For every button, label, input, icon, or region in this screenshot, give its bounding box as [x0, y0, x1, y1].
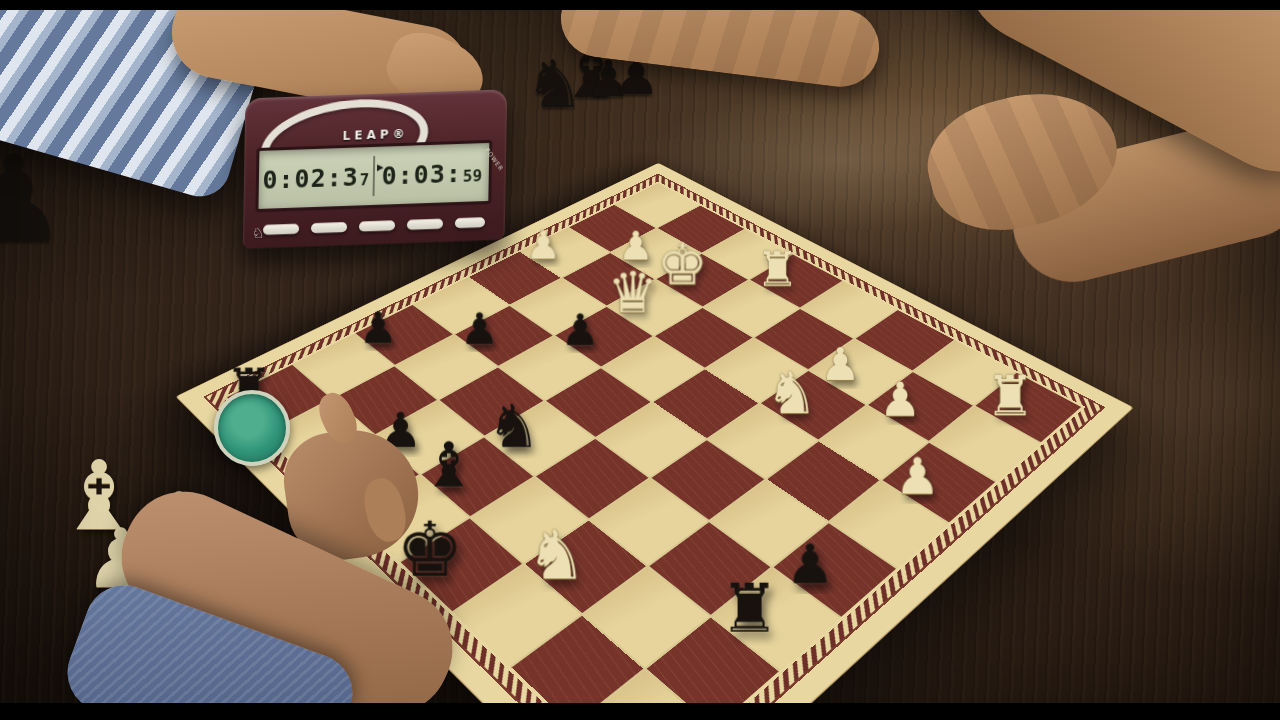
clock-button-5[interactable] — [455, 217, 485, 228]
piece-white-pawn-h3[interactable]: ♟ — [895, 451, 940, 501]
piece-white-pawn-f2[interactable]: ♟ — [820, 342, 861, 387]
letterbox-top — [0, 0, 1280, 10]
piece-white-pawn-a3[interactable]: ♟ — [526, 225, 562, 265]
turn-indicator-icon: ▶ — [377, 161, 384, 174]
clock-logo-icon: ♘ — [252, 225, 265, 241]
green-bottle-cap[interactable] — [214, 390, 290, 466]
piece-black-bishop-d7[interactable]: ♝ — [421, 434, 477, 496]
piece-white-rook-d1[interactable]: ♜ — [756, 246, 799, 294]
letterbox-bottom — [0, 703, 1280, 720]
piece-white-queen-c3[interactable]: ♛ — [608, 265, 659, 322]
piece-white-knight-f7[interactable]: ♞ — [526, 521, 586, 588]
piece-black-pawn-c4[interactable]: ♟ — [561, 308, 600, 352]
clock-button-3[interactable] — [359, 220, 395, 231]
chess-clock[interactable]: LEAP® 0:02:37 0:03:59 ▶ POWER ♘ — [243, 89, 507, 248]
piece-black-pawn-h5[interactable]: ♟ — [786, 537, 835, 592]
right-time: 0:03:59 — [375, 158, 489, 191]
piece-white-knight-f3[interactable]: ♞ — [766, 364, 818, 422]
piece-white-rook-h1[interactable]: ♜ — [986, 369, 1035, 424]
clock-lcd: 0:02:37 0:03:59 ▶ — [255, 140, 492, 212]
piece-black-knight-d6[interactable]: ♞ — [487, 396, 541, 456]
clock-button-1[interactable] — [263, 224, 299, 235]
piece-black-pawn-a6[interactable]: ♟ — [359, 306, 398, 349]
piece-black-pawn-b5[interactable]: ♟ — [460, 307, 499, 351]
clock-button-2[interactable] — [311, 222, 347, 233]
photo-scene: ♜♜♟♚♟♟♟♛♞♟♟♟♟♟♞♜♟♝♞♜♛♚ ♞♝♟♟♟ ♝♟♟ LEAP® 0… — [0, 0, 1280, 720]
clock-button-4[interactable] — [407, 219, 443, 230]
left-time: 0:02:37 — [259, 162, 373, 195]
piece-white-king-c2[interactable]: ♚ — [657, 237, 708, 294]
piece-white-pawn-g2[interactable]: ♟ — [879, 376, 921, 423]
piece-black-rook-h6[interactable]: ♜ — [720, 576, 780, 643]
